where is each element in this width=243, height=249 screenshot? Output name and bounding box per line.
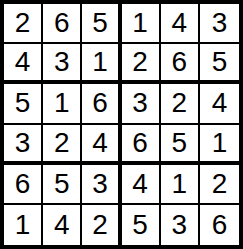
cell-r5c4[interactable]: 4 xyxy=(122,165,161,205)
cell-r1c1[interactable]: 2 xyxy=(4,4,43,44)
cell-r5c3[interactable]: 3 xyxy=(82,165,121,205)
cell-r6c3[interactable]: 2 xyxy=(82,205,121,245)
cell-r2c2[interactable]: 3 xyxy=(43,44,82,84)
cell-r5c1[interactable]: 6 xyxy=(4,165,43,205)
cell-r4c5[interactable]: 5 xyxy=(161,125,200,165)
cell-r2c5[interactable]: 6 xyxy=(161,44,200,84)
cell-r4c3[interactable]: 4 xyxy=(82,125,121,165)
cell-r2c6[interactable]: 5 xyxy=(200,44,239,84)
cell-r3c2[interactable]: 1 xyxy=(43,84,82,124)
cell-r1c3[interactable]: 5 xyxy=(82,4,121,44)
cell-r5c6[interactable]: 2 xyxy=(200,165,239,205)
cell-r2c4[interactable]: 2 xyxy=(122,44,161,84)
cell-r1c4[interactable]: 1 xyxy=(122,4,161,44)
cell-r4c6[interactable]: 1 xyxy=(200,125,239,165)
cell-r5c2[interactable]: 5 xyxy=(43,165,82,205)
cell-r4c2[interactable]: 2 xyxy=(43,125,82,165)
cell-r3c3[interactable]: 6 xyxy=(82,84,121,124)
cell-r2c3[interactable]: 1 xyxy=(82,44,121,84)
cell-r6c1[interactable]: 1 xyxy=(4,205,43,245)
cell-r3c1[interactable]: 5 xyxy=(4,84,43,124)
cell-r1c5[interactable]: 4 xyxy=(161,4,200,44)
cell-r3c6[interactable]: 4 xyxy=(200,84,239,124)
cell-r4c4[interactable]: 6 xyxy=(122,125,161,165)
cell-r1c6[interactable]: 3 xyxy=(200,4,239,44)
cell-r2c1[interactable]: 4 xyxy=(4,44,43,84)
cell-r3c5[interactable]: 2 xyxy=(161,84,200,124)
cell-r6c6[interactable]: 6 xyxy=(200,205,239,245)
sudoku-board: 2 6 5 1 4 3 4 3 1 2 6 5 5 1 6 3 2 4 3 2 … xyxy=(0,0,243,249)
cell-r5c5[interactable]: 1 xyxy=(161,165,200,205)
cell-r3c4[interactable]: 3 xyxy=(122,84,161,124)
cell-r4c1[interactable]: 3 xyxy=(4,125,43,165)
cell-r6c5[interactable]: 3 xyxy=(161,205,200,245)
cell-r6c2[interactable]: 4 xyxy=(43,205,82,245)
cell-r6c4[interactable]: 5 xyxy=(122,205,161,245)
cell-r1c2[interactable]: 6 xyxy=(43,4,82,44)
